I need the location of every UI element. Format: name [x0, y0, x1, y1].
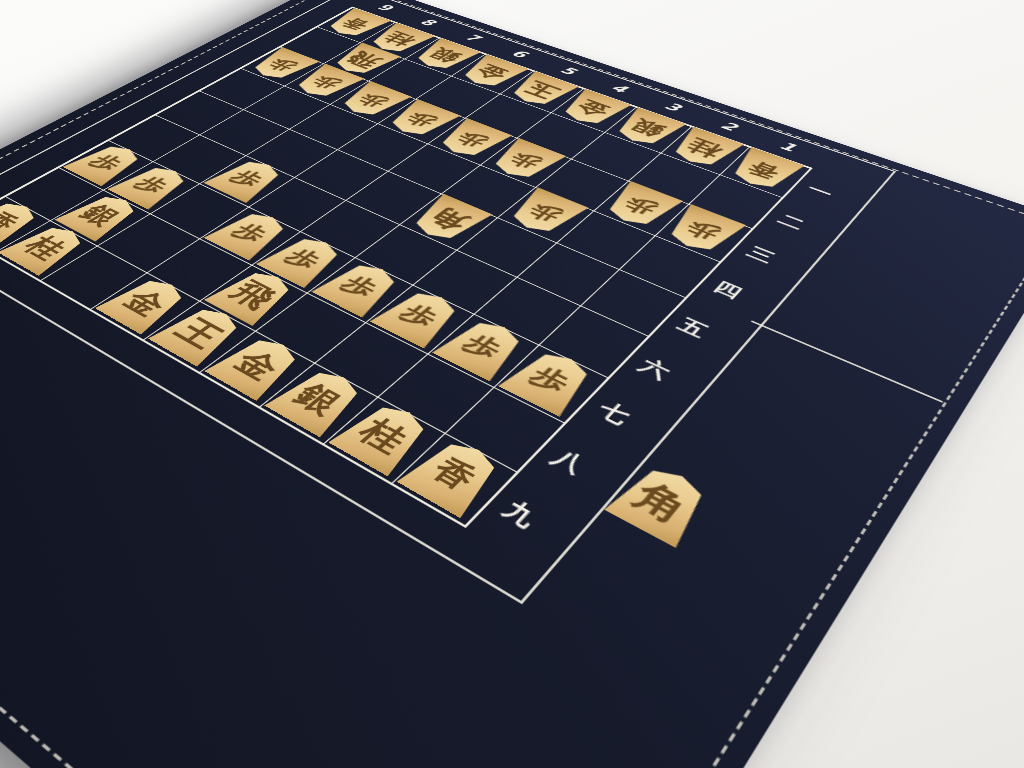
- piece-kanji: 歩: [620, 194, 661, 218]
- piece-kanji: 歩: [402, 110, 440, 129]
- piece-kanji: 銀: [626, 117, 669, 140]
- piece-kanji: 香: [744, 159, 783, 181]
- piece-kanji: 歩: [354, 91, 391, 110]
- piece-kanji: 歩: [459, 331, 508, 363]
- piece-kanji: 歩: [228, 220, 272, 245]
- piece-kanji: 銀: [424, 46, 464, 65]
- piece-kanji: 玉: [519, 79, 563, 101]
- piece-kanji: 角: [628, 477, 695, 528]
- piece-kanji: 桂: [354, 414, 415, 457]
- piece-kanji: 歩: [226, 168, 267, 190]
- piece-kanji: 歩: [681, 218, 723, 243]
- piece-kanji: 歩: [525, 363, 575, 397]
- piece-kanji: 歩: [131, 174, 173, 197]
- piece-kanji: 歩: [524, 200, 566, 224]
- piece-kanji: 歩: [264, 56, 300, 73]
- piece-kanji: 桂: [380, 30, 419, 48]
- piece-kanji: 香: [339, 16, 373, 31]
- piece-kanji: 金: [471, 62, 512, 82]
- piece-kanji: 歩: [281, 246, 326, 273]
- piece-kanji: 歩: [452, 129, 491, 149]
- piece-kanji: 歩: [308, 73, 345, 91]
- piece-kanji: 金: [572, 98, 614, 120]
- piece-stand-marker-line: [751, 320, 943, 402]
- piece-kanji: 香: [427, 454, 482, 494]
- piece-kanji: 桂: [682, 137, 726, 161]
- shogi-cloth-mat: 987654321 一二三四五六七八九 香桂銀金玉金銀桂香飛歩歩歩歩歩歩歩歩歩角…: [0, 0, 1024, 768]
- piece-kanji: 歩: [396, 301, 443, 331]
- piece-kanji: 歩: [86, 152, 127, 174]
- piece-kanji: 歩: [337, 273, 383, 301]
- photo-stage: 987654321 一二三四五六七八九 香桂銀金玉金銀桂香飛歩歩歩歩歩歩歩歩歩角…: [0, 0, 1024, 768]
- piece-kanji: 歩: [505, 150, 545, 171]
